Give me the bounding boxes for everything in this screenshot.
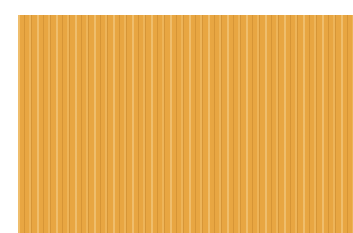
column-coordinates (0, 0, 353, 15)
go-board (18, 15, 353, 233)
board-grid (31, 33, 353, 233)
row-coordinates (0, 0, 18, 233)
